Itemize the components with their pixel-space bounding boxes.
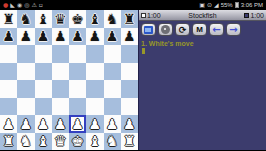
square-d5[interactable]	[52, 63, 69, 81]
black-pawn-piece: ♟	[54, 29, 67, 43]
signal-triangle-icon: ◣	[10, 2, 15, 8]
square-h2[interactable]: ♟	[121, 115, 138, 133]
square-h4[interactable]	[121, 80, 138, 98]
square-f4[interactable]	[86, 80, 103, 98]
white-knight-piece: ♞	[20, 134, 33, 148]
forward-arrow-icon: →	[229, 25, 237, 35]
chess-board[interactable]: ♜♞♝♛♚♝♞♜♟♟♟♟♟♟♟♟♟♟♟♟♟♟♟♟♜♞♝♛♚♝♞♜	[0, 10, 138, 150]
square-e1[interactable]: ♚	[69, 133, 86, 151]
black-rook-piece: ♜	[2, 12, 15, 26]
black-clock-icon	[244, 13, 249, 18]
signal-icon: ◢	[214, 2, 219, 8]
square-b7[interactable]: ♟	[17, 28, 34, 46]
new-game-icon	[144, 26, 153, 34]
white-rook-piece: ♜	[2, 134, 15, 148]
square-a3[interactable]	[0, 98, 17, 116]
square-e7[interactable]: ♟	[69, 28, 86, 46]
square-h5[interactable]	[121, 63, 138, 81]
square-a5[interactable]	[0, 63, 17, 81]
app-circle-icon: ◉	[17, 2, 22, 8]
white-clock-time: 1:00	[147, 12, 161, 19]
square-f3[interactable]	[86, 98, 103, 116]
square-e2[interactable]: ♟	[69, 115, 86, 133]
square-b5[interactable]	[17, 63, 34, 81]
square-a4[interactable]	[0, 80, 17, 98]
white-pawn-piece: ♟	[89, 117, 102, 131]
misc-icon: ▫	[39, 2, 43, 8]
vibrate-icon: ▣	[199, 2, 205, 8]
white-knight-piece: ♞	[106, 134, 119, 148]
black-pawn-piece: ♟	[106, 29, 119, 43]
square-f6[interactable]	[86, 45, 103, 63]
white-pawn-piece: ♟	[123, 117, 136, 131]
move-list: 1. White's move	[139, 38, 266, 55]
square-c6[interactable]	[35, 45, 52, 63]
square-c5[interactable]	[35, 63, 52, 81]
white-rook-piece: ♜	[123, 134, 136, 148]
options-icon	[161, 25, 170, 34]
white-pawn-piece: ♟	[2, 117, 15, 131]
square-a6[interactable]	[0, 45, 17, 63]
move-text: 1. White's move	[141, 40, 264, 47]
status-icons-left: ● ◣ ◉ ◎ ⚠ ▫	[3, 2, 43, 8]
square-d4[interactable]	[52, 80, 69, 98]
square-b3[interactable]	[17, 98, 34, 116]
black-knight-piece: ♞	[106, 12, 119, 26]
black-pawn-piece: ♟	[37, 29, 50, 43]
notification-dot-icon: ●	[3, 2, 8, 8]
square-f8[interactable]: ♝	[86, 10, 103, 28]
square-g6[interactable]	[104, 45, 121, 63]
square-b6[interactable]	[17, 45, 34, 63]
square-e6[interactable]	[69, 45, 86, 63]
white-pawn-piece: ♟	[106, 117, 119, 131]
moves-button[interactable]: M	[192, 23, 207, 36]
black-queen-piece: ♛	[54, 12, 67, 26]
black-knight-piece: ♞	[20, 12, 33, 26]
square-g5[interactable]	[104, 63, 121, 81]
options-button[interactable]	[158, 23, 173, 36]
alarm-icon: ⊙	[207, 2, 212, 8]
black-clock-time: 1:00	[250, 12, 264, 19]
square-g4[interactable]	[104, 80, 121, 98]
square-c4[interactable]	[35, 80, 52, 98]
square-a1[interactable]: ♜	[0, 133, 17, 151]
white-pawn-piece: ♟	[20, 117, 33, 131]
square-c1[interactable]: ♝	[35, 133, 52, 151]
square-h3[interactable]	[121, 98, 138, 116]
square-d2[interactable]: ♟	[52, 115, 69, 133]
white-queen-piece: ♛	[54, 134, 67, 148]
battery-icon	[235, 2, 239, 8]
engine-panel: 1:00 Stockfish 1:00 ⟳ M ←	[138, 10, 266, 150]
square-b8[interactable]: ♞	[17, 10, 34, 28]
square-f2[interactable]: ♟	[86, 115, 103, 133]
black-pawn-piece: ♟	[123, 29, 136, 43]
square-h7[interactable]: ♟	[121, 28, 138, 46]
square-f1[interactable]: ♝	[86, 133, 103, 151]
rotate-board-icon: ⟳	[179, 25, 187, 35]
square-e5[interactable]	[69, 63, 86, 81]
square-a8[interactable]: ♜	[0, 10, 17, 28]
status-icons-right: ▣ ⊙ ◢ 55% 3:06 PM	[199, 2, 263, 8]
square-c8[interactable]: ♝	[35, 10, 52, 28]
square-g1[interactable]: ♞	[104, 133, 121, 151]
square-d3[interactable]	[52, 98, 69, 116]
panel-toolbar: ⟳ M ← →	[139, 21, 266, 38]
white-king-piece: ♚	[71, 134, 84, 148]
back-button[interactable]: ←	[209, 23, 224, 36]
square-e4[interactable]	[69, 80, 86, 98]
square-e3[interactable]	[69, 98, 86, 116]
white-pawn-piece: ♟	[54, 117, 67, 131]
black-bishop-piece: ♝	[37, 12, 50, 26]
android-status-bar: ● ◣ ◉ ◎ ⚠ ▫ ▣ ⊙ ◢ 55% 3:06 PM	[0, 0, 266, 10]
square-g3[interactable]	[104, 98, 121, 116]
forward-button[interactable]: →	[226, 23, 241, 36]
engine-name-title: Stockfish	[161, 12, 245, 19]
new-game-button[interactable]	[141, 23, 156, 36]
square-g7[interactable]: ♟	[104, 28, 121, 46]
back-arrow-icon: ←	[212, 25, 220, 35]
black-pawn-piece: ♟	[2, 29, 15, 43]
square-f7[interactable]: ♟	[86, 28, 103, 46]
moves-label: M	[196, 25, 203, 34]
black-bishop-piece: ♝	[89, 12, 102, 26]
white-pawn-piece: ♟	[71, 117, 84, 131]
square-d6[interactable]	[52, 45, 69, 63]
white-pawn-piece: ♟	[37, 117, 50, 131]
white-bishop-piece: ♝	[37, 134, 50, 148]
square-d1[interactable]: ♛	[52, 133, 69, 151]
panel-titlebar: 1:00 Stockfish 1:00	[139, 10, 266, 21]
black-pawn-piece: ♟	[89, 29, 102, 43]
square-d8[interactable]: ♛	[52, 10, 69, 28]
rotate-board-button[interactable]: ⟳	[175, 23, 190, 36]
square-g2[interactable]: ♟	[104, 115, 121, 133]
square-c7[interactable]: ♟	[35, 28, 52, 46]
square-b2[interactable]: ♟	[17, 115, 34, 133]
warning-icon: ⚠	[31, 2, 36, 8]
square-b4[interactable]	[17, 80, 34, 98]
white-clock-icon	[141, 13, 146, 18]
square-e8[interactable]: ♚	[69, 10, 86, 28]
black-pawn-piece: ♟	[71, 29, 84, 43]
white-bishop-piece: ♝	[89, 134, 102, 148]
app-circle2-icon: ◎	[24, 2, 29, 8]
square-h1[interactable]: ♜	[121, 133, 138, 151]
square-a2[interactable]: ♟	[0, 115, 17, 133]
square-a7[interactable]: ♟	[0, 28, 17, 46]
square-h6[interactable]	[121, 45, 138, 63]
white-clock: 1:00	[141, 12, 161, 19]
black-rook-piece: ♜	[123, 12, 136, 26]
square-d7[interactable]: ♟	[52, 28, 69, 46]
input-cursor	[142, 48, 145, 54]
square-f5[interactable]	[86, 63, 103, 81]
black-clock: 1:00	[244, 12, 264, 19]
square-c3[interactable]	[35, 98, 52, 116]
clock-time: 3:06 PM	[241, 2, 263, 8]
square-g8[interactable]: ♞	[104, 10, 121, 28]
black-pawn-piece: ♟	[20, 29, 33, 43]
square-c2[interactable]: ♟	[35, 115, 52, 133]
black-king-piece: ♚	[71, 12, 84, 26]
battery-percent: 55%	[221, 2, 233, 8]
square-b1[interactable]: ♞	[17, 133, 34, 151]
square-h8[interactable]: ♜	[121, 10, 138, 28]
